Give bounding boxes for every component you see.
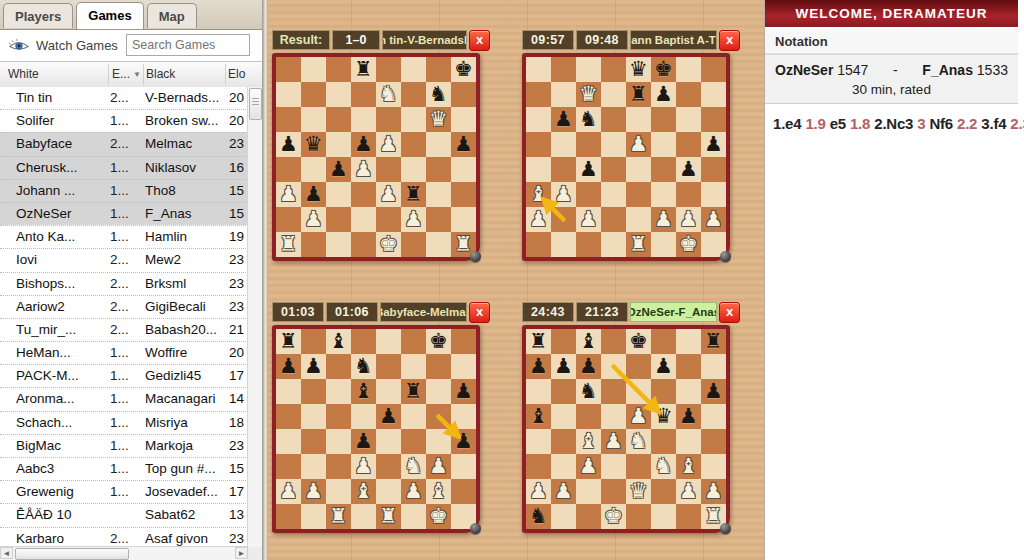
board-title[interactable]: Tin tin-V-Bernadskiy — [382, 30, 467, 50]
square-f5 — [401, 404, 426, 429]
black-rook: ♜ — [354, 57, 373, 82]
square-b2: ♟ — [301, 479, 326, 504]
search-input[interactable] — [126, 34, 250, 56]
square-f4 — [651, 157, 676, 182]
square-h7 — [451, 354, 476, 379]
square-e8 — [376, 57, 401, 82]
square-d3: ♟ — [351, 454, 376, 479]
square-g8: ♚ — [426, 329, 451, 354]
game-row[interactable]: Cherusk...1...Niklasov16 — [0, 156, 248, 179]
time-control-label: 30 min, rated — [775, 82, 1008, 97]
square-a7: ♟ — [526, 354, 551, 379]
square-h6: ♟ — [451, 379, 476, 404]
square-d8 — [601, 329, 626, 354]
square-h8: ♚ — [451, 57, 476, 82]
black-knight: ♞ — [529, 504, 548, 529]
white-king: ♚ — [379, 232, 398, 257]
square-e2 — [376, 207, 401, 232]
cell-white: Babyface — [16, 136, 108, 151]
square-b1 — [301, 232, 326, 257]
black-clock: 01:06 — [326, 302, 378, 322]
cell-black: Brksml — [145, 276, 227, 291]
white-bishop: ♝ — [529, 182, 548, 207]
square-a1: ♜ — [276, 232, 301, 257]
square-a3: ♟ — [276, 182, 301, 207]
black-player-name: F_Anas — [922, 62, 973, 78]
app-window: PlayersGamesMap Watch Games White E... ▼… — [0, 0, 1024, 560]
black-knight: ♞ — [579, 107, 598, 132]
black-pawn: ♟ — [279, 354, 298, 379]
square-a3 — [526, 454, 551, 479]
square-e2: ♛ — [626, 479, 651, 504]
cell-black: Babash20... — [145, 322, 227, 337]
square-c1: ♜ — [326, 504, 351, 529]
square-f7: ♟ — [651, 82, 676, 107]
game-row[interactable]: OzNeSer1...F_Anas15 — [0, 202, 248, 225]
game-row[interactable]: PACK-M...1...Gedizli4517 — [0, 364, 248, 387]
square-e1 — [626, 504, 651, 529]
cell-white: PACK-M... — [16, 368, 108, 383]
black-pawn: ♟ — [554, 354, 573, 379]
cell-be: 23 — [229, 252, 248, 267]
cell-we: 1... — [110, 461, 143, 476]
chess-board[interactable]: ♜♚♞♞♛♟♛♟♟♟♟♟♟♟♟♜♟♟♜♚♜ — [276, 57, 476, 257]
square-c5 — [326, 132, 351, 157]
square-c7: ♛ — [576, 82, 601, 107]
cell-black: GigiBecali — [145, 299, 227, 314]
cell-white: Solifer — [16, 113, 108, 128]
white-pawn: ♟ — [354, 454, 373, 479]
game-row[interactable]: Grewenig1...Josevadef...17 — [0, 480, 248, 503]
game-row[interactable]: Babyface2...Melmac23 — [0, 132, 248, 155]
square-b4 — [551, 157, 576, 182]
cell-black: Josevadef... — [145, 484, 227, 499]
square-c4: ♝ — [576, 429, 601, 454]
square-b7 — [301, 82, 326, 107]
result-label: Result: — [272, 30, 330, 50]
white-clock: 24:43 — [522, 302, 574, 322]
cell-we: 1... — [110, 345, 143, 360]
square-g5 — [676, 132, 701, 157]
game-row[interactable]: Bishops...2...Brksml23 — [0, 272, 248, 295]
cell-white: Aronma... — [16, 391, 108, 406]
black-pawn: ♟ — [304, 354, 323, 379]
black-king: ♚ — [429, 329, 448, 354]
square-e6 — [376, 107, 401, 132]
cell-be: 23 — [229, 299, 248, 314]
square-c7: ♟ — [576, 354, 601, 379]
square-g4 — [426, 429, 451, 454]
cell-we: 1... — [110, 415, 143, 430]
white-pawn: ♟ — [529, 207, 548, 232]
white-pawn: ♟ — [354, 157, 373, 182]
game-row[interactable]: ÊÅÄÐ 10Sabat6213 — [0, 503, 248, 526]
black-pawn: ♟ — [354, 132, 373, 157]
square-a4 — [276, 157, 301, 182]
black-knight: ♞ — [579, 379, 598, 404]
square-h7 — [701, 354, 726, 379]
cell-black: Melmac — [145, 136, 227, 151]
white-pawn: ♟ — [604, 429, 623, 454]
black-bishop: ♝ — [529, 404, 548, 429]
square-b7: ♟ — [301, 354, 326, 379]
white-pawn: ♟ — [279, 182, 298, 207]
cell-be: 23 — [229, 438, 248, 453]
square-g7 — [426, 354, 451, 379]
square-h4 — [701, 429, 726, 454]
square-a5: ♝ — [526, 404, 551, 429]
move: Nf6 — [929, 115, 953, 132]
board-unit: 09:5709:48Johann Baptist A-Tho8x♛♚♛♜♟♟♞♟… — [522, 29, 740, 261]
players-separator: - — [893, 62, 898, 78]
black-pawn: ♟ — [704, 132, 723, 157]
square-f6 — [651, 107, 676, 132]
square-b8 — [551, 329, 576, 354]
square-d8 — [601, 57, 626, 82]
square-b1 — [301, 504, 326, 529]
white-queen: ♛ — [579, 82, 598, 107]
square-a8: ♜ — [276, 329, 301, 354]
white-clock: 01:03 — [272, 302, 324, 322]
square-e4 — [376, 157, 401, 182]
chess-board[interactable]: ♜♝♚♟♟♞♝♜♟♟♟♟♟♞♟♟♟♝♟♝♜♜♚ — [276, 329, 476, 529]
game-row[interactable]: Aronma...1...Macanagari14 — [0, 387, 248, 410]
square-b1 — [551, 504, 576, 529]
game-row[interactable]: Tu_mir_...2...Babash20...21 — [0, 318, 248, 341]
cell-be: 15 — [229, 183, 248, 198]
vertical-scrollbar-thumb[interactable] — [249, 88, 262, 120]
square-c6: ♞ — [576, 379, 601, 404]
splitter[interactable] — [263, 0, 268, 560]
square-f4 — [401, 429, 426, 454]
cell-be: 14 — [229, 391, 248, 406]
white-pawn: ♟ — [704, 207, 723, 232]
cell-white: Cherusk... — [16, 160, 108, 175]
close-board-button[interactable]: x — [719, 302, 740, 323]
square-h2: ♟ — [701, 207, 726, 232]
black-pawn: ♟ — [579, 354, 598, 379]
black-pawn: ♟ — [679, 404, 698, 429]
black-pawn: ♟ — [454, 132, 473, 157]
square-a1 — [526, 232, 551, 257]
square-e4 — [376, 429, 401, 454]
notation-moves: 1.e41.9e51.82.Nc33Nf62.23.f42.3d53.64.fx… — [765, 104, 1024, 135]
result-score: 1–0 — [332, 30, 380, 50]
square-f1 — [401, 504, 426, 529]
square-c1 — [576, 232, 601, 257]
square-f3: ♞ — [651, 454, 676, 479]
tab-map[interactable]: Map — [147, 3, 197, 28]
white-pawn: ♟ — [404, 207, 423, 232]
square-g1 — [426, 232, 451, 257]
square-c1 — [576, 504, 601, 529]
cell-be: 15 — [229, 206, 248, 221]
square-d2 — [351, 207, 376, 232]
white-king: ♚ — [604, 504, 623, 529]
square-e1: ♜ — [626, 232, 651, 257]
square-b8 — [301, 329, 326, 354]
square-b3: ♟ — [301, 182, 326, 207]
square-e6 — [626, 107, 651, 132]
column-header-black[interactable]: Black — [146, 67, 222, 81]
black-pawn: ♟ — [354, 429, 373, 454]
white-rook: ♜ — [379, 504, 398, 529]
tab-players[interactable]: Players — [3, 3, 73, 28]
square-c3 — [576, 182, 601, 207]
square-a2 — [276, 207, 301, 232]
game-row[interactable]: Aariow22...GigiBecali23 — [0, 295, 248, 318]
square-a5 — [526, 132, 551, 157]
move: e5 — [830, 115, 846, 132]
board-corner-grommet — [470, 251, 481, 262]
scroll-right-button[interactable]: ► — [235, 547, 248, 559]
square-f3 — [651, 182, 676, 207]
game-row[interactable]: Schach...1...Misriya18 — [0, 411, 248, 434]
square-h3 — [701, 454, 726, 479]
horizontal-scrollbar-thumb[interactable] — [15, 548, 129, 560]
white-bishop: ♝ — [354, 479, 373, 504]
game-row[interactable]: BigMac1...Markoja23 — [0, 434, 248, 457]
square-b8 — [301, 57, 326, 82]
square-e7 — [376, 354, 401, 379]
square-c3: ♟ — [576, 454, 601, 479]
square-f4 — [651, 429, 676, 454]
cell-white: Tin tin — [16, 90, 108, 105]
square-h8 — [451, 329, 476, 354]
square-g3 — [426, 182, 451, 207]
white-queen: ♛ — [429, 107, 448, 132]
white-pawn: ♟ — [304, 479, 323, 504]
square-d3 — [601, 454, 626, 479]
cell-we: 1... — [110, 391, 143, 406]
cell-be: 20 — [229, 90, 248, 105]
square-e7: ♞ — [376, 82, 401, 107]
square-c5 — [576, 132, 601, 157]
square-f3: ♜ — [401, 182, 426, 207]
square-e2 — [626, 207, 651, 232]
board-title[interactable]: OzNeSer-F_Anas — [630, 302, 717, 322]
square-f6: ♜ — [401, 379, 426, 404]
black-pawn: ♟ — [579, 157, 598, 182]
cell-white: Grewenig — [16, 484, 108, 499]
square-d7: ♞ — [351, 354, 376, 379]
square-c6 — [326, 379, 351, 404]
white-pawn: ♟ — [629, 132, 648, 157]
cell-black: Macanagari — [145, 391, 227, 406]
game-row[interactable]: Iovi2...Mew223 — [0, 248, 248, 271]
square-d2 — [601, 207, 626, 232]
horizontal-scrollbar[interactable]: ◄ ► — [0, 546, 248, 560]
black-pawn: ♟ — [554, 107, 573, 132]
game-row[interactable]: Solifer1...Broken sw...20 — [0, 109, 248, 132]
cell-we: 1... — [110, 206, 143, 221]
square-e3: ♟ — [376, 182, 401, 207]
cell-be: 23 — [229, 136, 248, 151]
square-d4: ♟ — [351, 157, 376, 182]
cell-white: ÊÅÄÐ 10 — [16, 507, 108, 522]
square-b3: ♟ — [551, 182, 576, 207]
square-d7 — [601, 354, 626, 379]
board-title[interactable]: Johann Baptist A-Tho8 — [630, 30, 717, 50]
square-e5: ♟ — [626, 132, 651, 157]
square-b1 — [551, 232, 576, 257]
scroll-left-button[interactable]: ◄ — [0, 547, 13, 559]
square-g2 — [426, 207, 451, 232]
square-h7 — [701, 82, 726, 107]
square-f1 — [401, 232, 426, 257]
square-g4: ♟ — [676, 157, 701, 182]
square-d1 — [351, 232, 376, 257]
white-clock: 09:57 — [522, 30, 574, 50]
square-f8 — [651, 329, 676, 354]
sort-descending-icon[interactable]: ▼ — [133, 70, 143, 79]
cell-black: Hamlin — [145, 229, 227, 244]
white-player-name: OzNeSer — [775, 62, 833, 78]
game-row[interactable]: Aabc31...Top gun #...15 — [0, 457, 248, 480]
square-f4 — [401, 157, 426, 182]
cell-be: 18 — [229, 415, 248, 430]
cell-white: BigMac — [16, 438, 108, 453]
square-b5 — [301, 404, 326, 429]
square-h5: ♟ — [451, 132, 476, 157]
white-rook: ♜ — [329, 504, 348, 529]
cell-black: Sabat62 — [145, 507, 227, 522]
square-a6 — [276, 379, 301, 404]
white-pawn: ♟ — [629, 404, 648, 429]
square-a8: ♜ — [526, 329, 551, 354]
cell-white: Johann ... — [16, 183, 108, 198]
cell-white: Iovi — [16, 252, 108, 267]
move-time: 1.8 — [850, 115, 870, 132]
square-f1 — [651, 504, 676, 529]
black-queen: ♛ — [654, 404, 673, 429]
square-b8 — [551, 57, 576, 82]
cell-be: 17 — [229, 368, 248, 383]
board-title[interactable]: Babyface-Melmac — [380, 302, 467, 322]
square-e5: ♟ — [376, 404, 401, 429]
cell-black: Markoja — [145, 438, 227, 453]
game-row[interactable]: Anto Ka...1...Hamlin19 — [0, 225, 248, 248]
cell-be: 21 — [229, 322, 248, 337]
black-king: ♚ — [654, 57, 673, 82]
cell-be: 19 — [229, 229, 248, 244]
cell-white: OzNeSer — [16, 206, 108, 221]
black-pawn: ♟ — [279, 132, 298, 157]
white-pawn: ♟ — [704, 479, 723, 504]
square-f2: ♟ — [401, 479, 426, 504]
square-h5: ♟ — [701, 132, 726, 157]
tab-games[interactable]: Games — [76, 2, 143, 29]
white-bishop: ♝ — [579, 429, 598, 454]
square-d5: ♟ — [351, 132, 376, 157]
square-a6 — [526, 379, 551, 404]
cell-white: Karbaro — [16, 531, 108, 546]
square-f8: ♚ — [651, 57, 676, 82]
square-b6 — [551, 379, 576, 404]
square-c8: ♝ — [326, 329, 351, 354]
square-c8 — [576, 57, 601, 82]
close-board-button[interactable]: x — [469, 302, 490, 323]
white-queen: ♛ — [629, 479, 648, 504]
game-row[interactable]: Johann ...1...Tho815 — [0, 179, 248, 202]
cell-black: Woffire — [145, 345, 227, 360]
white-pawn: ♟ — [379, 132, 398, 157]
cell-black: Tho8 — [145, 183, 227, 198]
square-e3 — [626, 454, 651, 479]
cell-be: 20 — [229, 113, 248, 128]
square-b5: ♛ — [301, 132, 326, 157]
square-a4 — [526, 157, 551, 182]
square-h4 — [701, 157, 726, 182]
square-g5 — [426, 132, 451, 157]
black-king: ♚ — [454, 57, 473, 82]
square-c2: ♟ — [576, 207, 601, 232]
cell-white: Anto Ka... — [16, 229, 108, 244]
cell-we: 1... — [110, 229, 143, 244]
square-d5 — [351, 404, 376, 429]
cell-white: Aabc3 — [16, 461, 108, 476]
square-a4 — [276, 429, 301, 454]
game-row[interactable]: HeMan...1...Woffire20 — [0, 341, 248, 364]
scrollbar-corner — [248, 547, 262, 560]
square-c8: ♝ — [576, 329, 601, 354]
chess-board[interactable]: ♛♚♛♜♟♟♞♟♟♟♟♝♟♟♟♟♟♟♜♚ — [526, 57, 726, 257]
square-b2: ♟ — [551, 479, 576, 504]
game-info-box: OzNeSer 1547 - F_Anas 1533 30 min, rated — [765, 54, 1018, 104]
vertical-scrollbar[interactable] — [247, 87, 262, 551]
square-g1: ♚ — [676, 232, 701, 257]
square-e8: ♛ — [626, 57, 651, 82]
chess-board[interactable]: ♜♝♚♜♟♟♟♟♞♟♝♟♛♟♝♟♞♟♞♝♟♟♛♟♟♞♚♜ — [526, 329, 726, 529]
square-g2: ♟ — [676, 479, 701, 504]
square-d8 — [351, 329, 376, 354]
white-rook: ♜ — [279, 232, 298, 257]
white-pawn: ♟ — [679, 207, 698, 232]
cell-white: Tu_mir_... — [16, 322, 108, 337]
square-e1: ♜ — [376, 504, 401, 529]
close-board-button[interactable]: x — [469, 30, 490, 51]
column-header-white[interactable]: White — [8, 67, 104, 81]
move-time: 3 — [917, 115, 925, 132]
square-g5: ♟ — [676, 404, 701, 429]
black-pawn: ♟ — [329, 157, 348, 182]
square-f5 — [651, 132, 676, 157]
game-row[interactable]: Tin tin2...V-Bernads...20 — [0, 87, 248, 109]
square-f6 — [401, 107, 426, 132]
column-header-white-elo[interactable]: E... — [112, 67, 132, 81]
sidebar: PlayersGamesMap Watch Games White E... ▼… — [0, 0, 263, 560]
watch-games-row[interactable]: Watch Games — [0, 30, 262, 60]
square-a7 — [526, 82, 551, 107]
cell-black: Gedizli45 — [145, 368, 227, 383]
cell-we: 1... — [110, 183, 143, 198]
square-h2 — [451, 479, 476, 504]
black-rook: ♜ — [404, 379, 423, 404]
square-e8 — [376, 329, 401, 354]
cell-white: Schach... — [16, 415, 108, 430]
black-pawn: ♟ — [529, 354, 548, 379]
column-header-black-elo[interactable]: Elo ... — [228, 67, 248, 81]
black-bishop: ♝ — [354, 379, 373, 404]
cell-be: 23 — [229, 531, 248, 546]
square-a7 — [276, 82, 301, 107]
square-a6 — [276, 107, 301, 132]
cell-black: Mew2 — [145, 252, 227, 267]
black-rook: ♜ — [279, 329, 298, 354]
square-b2: ♟ — [301, 207, 326, 232]
close-board-button[interactable]: x — [719, 30, 740, 51]
cell-black: F_Anas — [145, 206, 227, 221]
